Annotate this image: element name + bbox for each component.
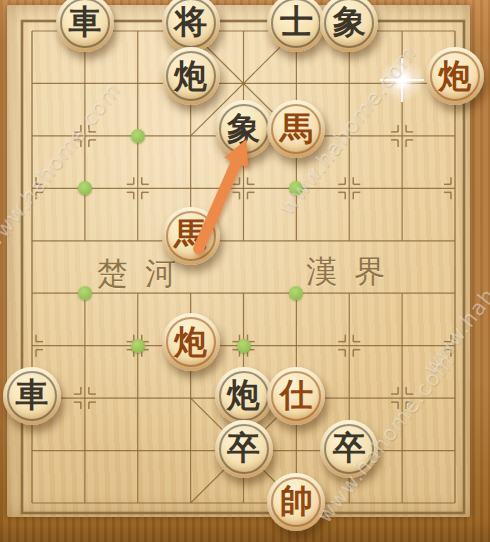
piece-red-general[interactable]: 帥 bbox=[267, 473, 325, 531]
piece-character: 炮 bbox=[439, 59, 472, 92]
piece-character: 炮 bbox=[174, 325, 207, 358]
piece-black-soldier[interactable]: 卒 bbox=[320, 420, 378, 478]
piece-character: 象 bbox=[227, 112, 260, 145]
piece-character: 馬 bbox=[174, 218, 207, 251]
piece-character: 炮 bbox=[227, 378, 260, 411]
piece-red-cannon[interactable]: 炮 bbox=[426, 47, 484, 105]
move-hint-dot[interactable] bbox=[237, 339, 251, 353]
piece-character: 車 bbox=[16, 378, 49, 411]
piece-character: 車 bbox=[68, 5, 101, 38]
piece-red-horse[interactable]: 馬 bbox=[162, 207, 220, 265]
piece-character: 象 bbox=[333, 5, 366, 38]
piece-character: 将 bbox=[174, 5, 207, 38]
piece-character: 仕 bbox=[280, 378, 313, 411]
river-label-right: 漢界 bbox=[306, 251, 402, 293]
piece-character: 馬 bbox=[280, 112, 313, 145]
piece-black-general[interactable]: 将 bbox=[162, 0, 220, 52]
piece-character: 炮 bbox=[174, 59, 207, 92]
piece-black-cannon[interactable]: 炮 bbox=[162, 47, 220, 105]
piece-black-cannon[interactable]: 炮 bbox=[215, 367, 273, 425]
piece-character: 士 bbox=[280, 5, 313, 38]
move-hint-dot[interactable] bbox=[131, 339, 145, 353]
piece-character: 卒 bbox=[227, 431, 260, 464]
piece-black-elephant[interactable]: 象 bbox=[215, 100, 273, 158]
move-hint-dot[interactable] bbox=[131, 129, 145, 143]
move-hint-dot[interactable] bbox=[78, 286, 92, 300]
piece-red-advisor[interactable]: 仕 bbox=[267, 367, 325, 425]
piece-character: 卒 bbox=[333, 431, 366, 464]
piece-black-soldier[interactable]: 卒 bbox=[215, 420, 273, 478]
piece-black-chariot[interactable]: 車 bbox=[3, 367, 61, 425]
piece-red-cannon[interactable]: 炮 bbox=[162, 313, 220, 371]
xiangqi-game-screen: 楚河 漢界 車将士象炮炮象馬馬炮車炮仕卒卒帥 www.hahome.com ww… bbox=[0, 0, 490, 542]
piece-character: 帥 bbox=[280, 484, 313, 517]
